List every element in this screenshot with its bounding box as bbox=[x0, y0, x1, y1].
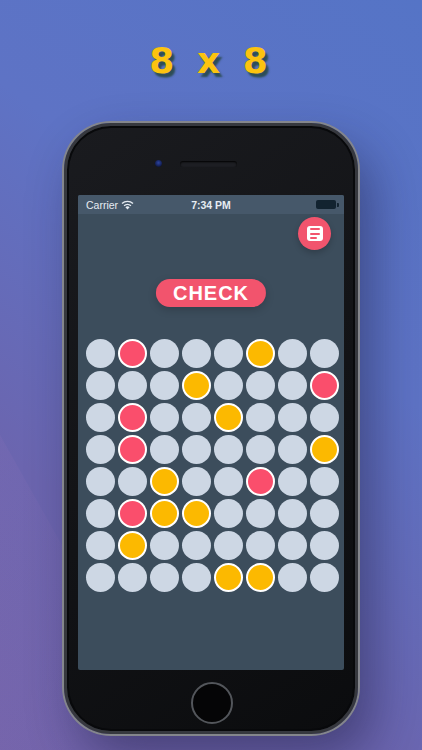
yellow-dot bbox=[214, 403, 243, 432]
gray-dot bbox=[278, 403, 307, 432]
dot-r3c1[interactable] bbox=[84, 401, 116, 433]
gray-dot bbox=[150, 563, 179, 592]
dot-r6c7[interactable] bbox=[276, 497, 308, 529]
dot-r5c7[interactable] bbox=[276, 465, 308, 497]
dot-r6c8[interactable] bbox=[308, 497, 340, 529]
gray-dot bbox=[86, 403, 115, 432]
gray-dot bbox=[246, 499, 275, 528]
yellow-dot bbox=[310, 435, 339, 464]
dot-r7c6[interactable] bbox=[244, 529, 276, 561]
gray-dot bbox=[150, 371, 179, 400]
gray-dot bbox=[310, 563, 339, 592]
gray-dot bbox=[246, 403, 275, 432]
dot-r3c5[interactable] bbox=[212, 401, 244, 433]
red-dot bbox=[246, 467, 275, 496]
dot-grid bbox=[84, 337, 340, 593]
gray-dot bbox=[278, 435, 307, 464]
dot-r5c8[interactable] bbox=[308, 465, 340, 497]
dot-r3c8[interactable] bbox=[308, 401, 340, 433]
dot-r6c3[interactable] bbox=[148, 497, 180, 529]
dot-r8c5[interactable] bbox=[212, 561, 244, 593]
gray-dot bbox=[214, 499, 243, 528]
phone-mockup: Carrier 7:34 PM CHECK bbox=[64, 123, 358, 734]
dot-r3c4[interactable] bbox=[180, 401, 212, 433]
gray-dot bbox=[214, 467, 243, 496]
home-button bbox=[191, 682, 233, 724]
dot-r7c8[interactable] bbox=[308, 529, 340, 561]
dot-r3c2[interactable] bbox=[116, 401, 148, 433]
gray-dot bbox=[310, 467, 339, 496]
yellow-dot bbox=[150, 499, 179, 528]
gray-dot bbox=[86, 563, 115, 592]
dot-r1c3[interactable] bbox=[148, 337, 180, 369]
gray-dot bbox=[86, 435, 115, 464]
gray-dot bbox=[182, 467, 211, 496]
dot-r6c5[interactable] bbox=[212, 497, 244, 529]
dot-r3c7[interactable] bbox=[276, 401, 308, 433]
gray-dot bbox=[246, 371, 275, 400]
dot-r1c5[interactable] bbox=[212, 337, 244, 369]
gray-dot bbox=[310, 531, 339, 560]
front-camera-dot bbox=[155, 160, 162, 167]
gray-dot bbox=[150, 531, 179, 560]
yellow-dot bbox=[182, 499, 211, 528]
gray-dot bbox=[310, 339, 339, 368]
dot-r4c8[interactable] bbox=[308, 433, 340, 465]
gray-dot bbox=[246, 435, 275, 464]
gray-dot bbox=[86, 499, 115, 528]
dot-r4c3[interactable] bbox=[148, 433, 180, 465]
menu-button[interactable] bbox=[298, 217, 331, 250]
red-dot bbox=[118, 403, 147, 432]
gray-dot bbox=[182, 563, 211, 592]
dot-r5c4[interactable] bbox=[180, 465, 212, 497]
dot-r8c7[interactable] bbox=[276, 561, 308, 593]
yellow-dot bbox=[246, 339, 275, 368]
gray-dot bbox=[182, 531, 211, 560]
dot-r2c1[interactable] bbox=[84, 369, 116, 401]
dot-r2c8[interactable] bbox=[308, 369, 340, 401]
dot-r8c2[interactable] bbox=[116, 561, 148, 593]
dot-r6c6[interactable] bbox=[244, 497, 276, 529]
gray-dot bbox=[182, 339, 211, 368]
gray-dot bbox=[278, 531, 307, 560]
dot-r7c3[interactable] bbox=[148, 529, 180, 561]
red-dot bbox=[118, 499, 147, 528]
dot-r2c5[interactable] bbox=[212, 369, 244, 401]
gray-dot bbox=[214, 371, 243, 400]
dot-r7c4[interactable] bbox=[180, 529, 212, 561]
gray-dot bbox=[150, 403, 179, 432]
gray-dot bbox=[310, 403, 339, 432]
dot-r4c1[interactable] bbox=[84, 433, 116, 465]
yellow-dot bbox=[246, 563, 275, 592]
wifi-icon bbox=[121, 200, 134, 210]
gray-dot bbox=[86, 371, 115, 400]
dot-r4c7[interactable] bbox=[276, 433, 308, 465]
dot-r3c6[interactable] bbox=[244, 401, 276, 433]
app-store-screenshot: { "game": "8x8 color-dot pattern puzzle … bbox=[0, 0, 422, 750]
gray-dot bbox=[214, 339, 243, 368]
dot-r1c2[interactable] bbox=[116, 337, 148, 369]
dot-r2c3[interactable] bbox=[148, 369, 180, 401]
gray-dot bbox=[278, 339, 307, 368]
red-dot bbox=[118, 339, 147, 368]
dot-r1c6[interactable] bbox=[244, 337, 276, 369]
gray-dot bbox=[86, 531, 115, 560]
red-dot bbox=[310, 371, 339, 400]
gray-dot bbox=[118, 563, 147, 592]
gray-dot bbox=[278, 563, 307, 592]
gray-dot bbox=[86, 467, 115, 496]
dot-r8c4[interactable] bbox=[180, 561, 212, 593]
earpiece-speaker bbox=[180, 161, 237, 167]
carrier-group: Carrier bbox=[86, 199, 134, 211]
gray-dot bbox=[214, 531, 243, 560]
dot-r2c7[interactable] bbox=[276, 369, 308, 401]
gray-dot bbox=[118, 371, 147, 400]
notes-list-icon bbox=[307, 226, 323, 241]
gray-dot bbox=[182, 435, 211, 464]
dot-r8c6[interactable] bbox=[244, 561, 276, 593]
gray-dot bbox=[278, 467, 307, 496]
dot-r5c3[interactable] bbox=[148, 465, 180, 497]
dot-r4c6[interactable] bbox=[244, 433, 276, 465]
dot-r5c1[interactable] bbox=[84, 465, 116, 497]
dot-r1c7[interactable] bbox=[276, 337, 308, 369]
dot-r6c4[interactable] bbox=[180, 497, 212, 529]
dot-r5c5[interactable] bbox=[212, 465, 244, 497]
yellow-dot bbox=[150, 467, 179, 496]
dot-r2c6[interactable] bbox=[244, 369, 276, 401]
dot-r5c2[interactable] bbox=[116, 465, 148, 497]
dot-r3c3[interactable] bbox=[148, 401, 180, 433]
dot-r1c4[interactable] bbox=[180, 337, 212, 369]
phone-screen: Carrier 7:34 PM CHECK bbox=[78, 195, 344, 670]
dot-r2c4[interactable] bbox=[180, 369, 212, 401]
dot-r4c5[interactable] bbox=[212, 433, 244, 465]
gray-dot bbox=[182, 403, 211, 432]
dot-r1c8[interactable] bbox=[308, 337, 340, 369]
check-button[interactable]: CHECK bbox=[156, 279, 266, 307]
gray-dot bbox=[278, 499, 307, 528]
dot-r4c4[interactable] bbox=[180, 433, 212, 465]
carrier-label: Carrier bbox=[86, 199, 118, 211]
dot-r4c2[interactable] bbox=[116, 433, 148, 465]
dot-r6c2[interactable] bbox=[116, 497, 148, 529]
dot-r7c1[interactable] bbox=[84, 529, 116, 561]
gray-dot bbox=[150, 435, 179, 464]
dot-r6c1[interactable] bbox=[84, 497, 116, 529]
yellow-dot bbox=[118, 531, 147, 560]
dot-r2c2[interactable] bbox=[116, 369, 148, 401]
dot-r1c1[interactable] bbox=[84, 337, 116, 369]
dot-r5c6[interactable] bbox=[244, 465, 276, 497]
gray-dot bbox=[278, 371, 307, 400]
yellow-dot bbox=[214, 563, 243, 592]
dot-r7c5[interactable] bbox=[212, 529, 244, 561]
gray-dot bbox=[86, 339, 115, 368]
red-dot bbox=[118, 435, 147, 464]
dot-r7c7[interactable] bbox=[276, 529, 308, 561]
yellow-dot bbox=[182, 371, 211, 400]
dot-r8c8[interactable] bbox=[308, 561, 340, 593]
gray-dot bbox=[246, 531, 275, 560]
gray-dot bbox=[118, 467, 147, 496]
status-bar: Carrier 7:34 PM bbox=[78, 195, 344, 214]
gray-dot bbox=[310, 499, 339, 528]
gray-dot bbox=[214, 435, 243, 464]
gray-dot bbox=[150, 339, 179, 368]
page-title: 8 x 8 bbox=[0, 40, 422, 81]
dot-r8c1[interactable] bbox=[84, 561, 116, 593]
dot-r8c3[interactable] bbox=[148, 561, 180, 593]
dot-r7c2[interactable] bbox=[116, 529, 148, 561]
battery-icon bbox=[316, 200, 336, 209]
